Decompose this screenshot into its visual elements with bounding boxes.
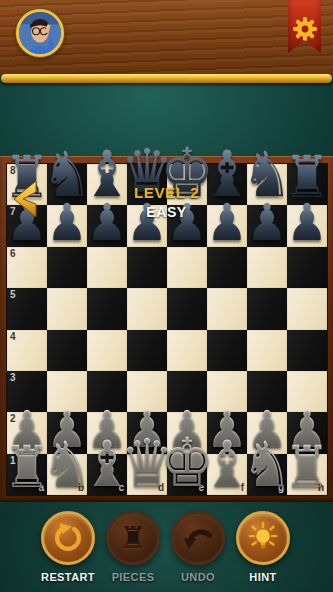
square-g6[interactable]	[247, 247, 287, 288]
square-d4[interactable]	[127, 330, 167, 371]
square-g4[interactable]	[247, 330, 287, 371]
square-c6[interactable]	[87, 247, 127, 288]
square-e5[interactable]	[167, 288, 207, 329]
difficulty-label: EASY	[0, 204, 333, 220]
square-f6[interactable]	[207, 247, 247, 288]
hint-label: HINT	[227, 571, 299, 583]
piece-white-rook: ♜	[284, 438, 331, 496]
square-h1[interactable]: h♜	[287, 454, 327, 495]
square-c5[interactable]	[87, 288, 127, 329]
avatar-portrait	[19, 12, 61, 54]
chess-rook-icon: ♜	[120, 523, 147, 553]
undo-button[interactable]	[171, 511, 225, 565]
restart-button[interactable]	[41, 511, 95, 565]
hint-button[interactable]	[236, 511, 290, 565]
square-e4[interactable]	[167, 330, 207, 371]
rank-label: 4	[10, 332, 16, 342]
back-button[interactable]	[10, 179, 40, 219]
pieces-label: PIECES	[97, 571, 169, 583]
square-g1[interactable]: g♞	[247, 454, 287, 495]
square-d6[interactable]	[127, 247, 167, 288]
chess-app: LEVEL 2 EASY 8♜♞♝♛♚♝♞♜7♟♟♟♟♟♟♟♟65432♟♟♟♟…	[0, 0, 333, 592]
pieces-button[interactable]: ♜	[106, 511, 160, 565]
square-f5[interactable]	[207, 288, 247, 329]
rank-label: 3	[10, 373, 16, 383]
back-chevron-icon	[10, 179, 40, 219]
title-block: LEVEL 2 EASY	[0, 184, 333, 220]
undo-label: UNDO	[162, 571, 234, 583]
square-b5[interactable]	[47, 288, 87, 329]
gold-divider-bar	[1, 74, 332, 83]
square-c4[interactable]	[87, 330, 127, 371]
square-g5[interactable]	[247, 288, 287, 329]
restart-label: RESTART	[32, 571, 104, 583]
square-b6[interactable]	[47, 247, 87, 288]
square-a4[interactable]: 4	[7, 330, 47, 371]
level-label: LEVEL 2	[0, 184, 333, 201]
lightbulb-icon	[246, 521, 280, 555]
square-h6[interactable]	[287, 247, 327, 288]
square-e6[interactable]	[167, 247, 207, 288]
square-f4[interactable]	[207, 330, 247, 371]
undo-arrow-icon	[181, 521, 215, 555]
square-a5[interactable]: 5	[7, 288, 47, 329]
square-b4[interactable]	[47, 330, 87, 371]
restart-icon	[51, 521, 85, 555]
square-d5[interactable]	[127, 288, 167, 329]
square-h5[interactable]	[287, 288, 327, 329]
gear-icon	[292, 16, 318, 42]
rank-label: 5	[10, 290, 16, 300]
player-avatar[interactable]	[16, 9, 64, 57]
square-h4[interactable]	[287, 330, 327, 371]
square-a6[interactable]: 6	[7, 247, 47, 288]
